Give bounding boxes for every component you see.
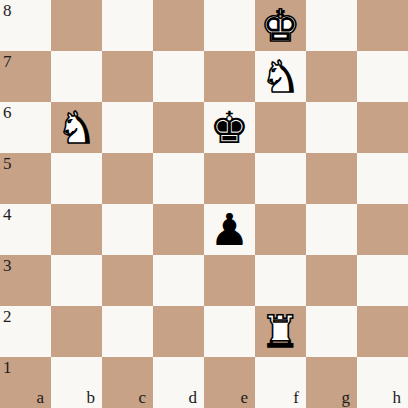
square-h8[interactable] — [357, 0, 408, 51]
square-a4[interactable]: 4 — [0, 204, 51, 255]
square-h3[interactable] — [357, 255, 408, 306]
file-label-f: f — [293, 389, 299, 406]
square-g7[interactable] — [306, 51, 357, 102]
rank-label-4: 4 — [3, 206, 12, 223]
square-a3[interactable]: 3 — [0, 255, 51, 306]
rank-label-6: 6 — [3, 104, 12, 121]
file-label-h: h — [393, 389, 402, 406]
square-g4[interactable] — [306, 204, 357, 255]
square-b1[interactable]: b — [51, 357, 102, 408]
file-label-c: c — [138, 389, 146, 406]
square-f7[interactable]: ♞ — [255, 51, 306, 102]
square-f8[interactable]: ♚ — [255, 0, 306, 51]
square-a1[interactable]: 1a — [0, 357, 51, 408]
square-h6[interactable] — [357, 102, 408, 153]
square-d5[interactable] — [153, 153, 204, 204]
square-c3[interactable] — [102, 255, 153, 306]
square-h2[interactable] — [357, 306, 408, 357]
square-c8[interactable] — [102, 0, 153, 51]
square-a5[interactable]: 5 — [0, 153, 51, 204]
square-d6[interactable] — [153, 102, 204, 153]
square-c6[interactable] — [102, 102, 153, 153]
piece-white-knight: ♞ — [255, 51, 306, 102]
square-h5[interactable] — [357, 153, 408, 204]
piece-white-king: ♚ — [255, 0, 306, 51]
square-e4[interactable]: ♟ — [204, 204, 255, 255]
piece-black-king: ♚ — [204, 102, 255, 153]
rank-label-2: 2 — [3, 308, 12, 325]
square-h1[interactable]: h — [357, 357, 408, 408]
file-label-a: a — [36, 389, 44, 406]
square-a7[interactable]: 7 — [0, 51, 51, 102]
square-b7[interactable] — [51, 51, 102, 102]
square-b2[interactable] — [51, 306, 102, 357]
square-f5[interactable] — [255, 153, 306, 204]
square-g2[interactable] — [306, 306, 357, 357]
square-b3[interactable] — [51, 255, 102, 306]
square-g5[interactable] — [306, 153, 357, 204]
square-f6[interactable] — [255, 102, 306, 153]
rank-label-8: 8 — [3, 2, 12, 19]
square-f2[interactable]: ♜ — [255, 306, 306, 357]
square-f3[interactable] — [255, 255, 306, 306]
rank-label-5: 5 — [3, 155, 12, 172]
file-label-e: e — [240, 389, 248, 406]
square-g8[interactable] — [306, 0, 357, 51]
piece-white-knight: ♞ — [51, 102, 102, 153]
square-f1[interactable]: f — [255, 357, 306, 408]
rank-label-3: 3 — [3, 257, 12, 274]
square-d7[interactable] — [153, 51, 204, 102]
square-e6[interactable]: ♚ — [204, 102, 255, 153]
piece-black-pawn: ♟ — [204, 204, 255, 255]
square-e7[interactable] — [204, 51, 255, 102]
square-d4[interactable] — [153, 204, 204, 255]
square-b5[interactable] — [51, 153, 102, 204]
file-label-d: d — [189, 389, 198, 406]
square-e1[interactable]: e — [204, 357, 255, 408]
piece-white-rook: ♜ — [255, 306, 306, 357]
square-c7[interactable] — [102, 51, 153, 102]
square-e2[interactable] — [204, 306, 255, 357]
square-a6[interactable]: 6 — [0, 102, 51, 153]
square-c2[interactable] — [102, 306, 153, 357]
square-g3[interactable] — [306, 255, 357, 306]
square-b4[interactable] — [51, 204, 102, 255]
square-g1[interactable]: g — [306, 357, 357, 408]
square-d1[interactable]: d — [153, 357, 204, 408]
square-b8[interactable] — [51, 0, 102, 51]
square-d8[interactable] — [153, 0, 204, 51]
square-h4[interactable] — [357, 204, 408, 255]
rank-label-7: 7 — [3, 53, 12, 70]
square-d3[interactable] — [153, 255, 204, 306]
square-e5[interactable] — [204, 153, 255, 204]
square-a2[interactable]: 2 — [0, 306, 51, 357]
square-d2[interactable] — [153, 306, 204, 357]
file-label-g: g — [342, 389, 351, 406]
chess-board: 8♚7♞6♞♚54♟32♜1abcdefgh — [0, 0, 408, 408]
rank-label-1: 1 — [3, 359, 12, 376]
square-e3[interactable] — [204, 255, 255, 306]
square-c5[interactable] — [102, 153, 153, 204]
square-f4[interactable] — [255, 204, 306, 255]
square-g6[interactable] — [306, 102, 357, 153]
square-c4[interactable] — [102, 204, 153, 255]
square-a8[interactable]: 8 — [0, 0, 51, 51]
square-h7[interactable] — [357, 51, 408, 102]
square-b6[interactable]: ♞ — [51, 102, 102, 153]
square-e8[interactable] — [204, 0, 255, 51]
file-label-b: b — [87, 389, 96, 406]
square-c1[interactable]: c — [102, 357, 153, 408]
